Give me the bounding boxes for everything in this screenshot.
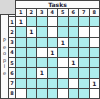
col-header-6: 6	[69, 9, 79, 16]
grid-cell-r6c4[interactable]	[48, 68, 58, 77]
grid-cell-r3c4[interactable]	[48, 38, 58, 47]
grid-cell-r4c7[interactable]	[79, 48, 89, 57]
grid-cell-r4c1[interactable]	[16, 48, 26, 57]
grid-cell-r8c2[interactable]	[27, 89, 37, 98]
grid-cell-r4c4[interactable]: 1	[48, 48, 58, 57]
grid-cell-r3c7[interactable]	[79, 38, 89, 47]
col-header-1: 1	[16, 9, 26, 16]
grid-cell-r5c8[interactable]	[90, 58, 100, 67]
grid-cell-r7c5[interactable]	[58, 79, 68, 88]
grid-cell-r4c6[interactable]	[69, 48, 79, 57]
col-header-7: 7	[79, 9, 89, 16]
grid-cell-r5c7[interactable]	[79, 58, 89, 67]
grid-cell-r8c6[interactable]	[69, 89, 79, 98]
grid-cell-r8c5[interactable]	[58, 89, 68, 98]
grid-cell-r4c3[interactable]	[37, 48, 47, 57]
grid-cell-r2c8[interactable]	[90, 27, 100, 36]
col-header-3: 3	[37, 9, 47, 16]
grid-cell-r6c5[interactable]	[58, 68, 68, 77]
grid-cell-r1c3[interactable]	[37, 17, 47, 26]
grid-cell-r2c1[interactable]	[16, 27, 26, 36]
grid-cell-r1c4[interactable]	[48, 17, 58, 26]
grid-cell-r2c2[interactable]: 1	[27, 27, 37, 36]
col-header-8: 8	[90, 9, 100, 16]
grid-cell-r5c5[interactable]	[58, 58, 68, 67]
grid-cell-r3c5[interactable]: 1	[58, 38, 68, 47]
grid-cell-r6c6[interactable]	[69, 68, 79, 77]
grid-cell-r7c7[interactable]	[79, 79, 89, 88]
grid-cell-r5c2[interactable]	[27, 58, 37, 67]
assignment-grid: 1111111	[15, 16, 100, 99]
grid-cell-r1c1[interactable]: 1	[16, 17, 26, 26]
grid-cell-r1c7[interactable]	[79, 17, 89, 26]
grid-cell-r7c8[interactable]: 1	[90, 79, 100, 88]
grid-cell-r3c6[interactable]	[69, 38, 79, 47]
grid-cell-r6c7[interactable]	[79, 68, 89, 77]
grid-cell-r7c2[interactable]	[27, 79, 37, 88]
grid-cell-r7c4[interactable]	[48, 79, 58, 88]
assignment-board: Tasks 12345678 P e o p l e 12345678 1111…	[0, 0, 100, 99]
grid-cell-r7c1[interactable]	[16, 79, 26, 88]
grid-cell-r8c8[interactable]	[90, 89, 100, 98]
col-header-2: 2	[27, 9, 37, 16]
grid-cell-r1c6[interactable]	[69, 17, 79, 26]
grid-cell-r8c1[interactable]	[16, 89, 26, 98]
col-header-4: 4	[48, 9, 58, 16]
grid-cell-r5c6[interactable]: 1	[69, 58, 79, 67]
grid-cell-r6c2[interactable]	[27, 68, 37, 77]
grid-cell-r4c5[interactable]	[58, 48, 68, 57]
grid-cell-r6c3[interactable]: 1	[37, 68, 47, 77]
grid-cell-r4c2[interactable]	[27, 48, 37, 57]
grid-cell-r2c3[interactable]	[37, 27, 47, 36]
grid-cell-r7c3[interactable]	[37, 79, 47, 88]
grid-cell-r8c7[interactable]	[79, 89, 89, 98]
grid-cell-r3c2[interactable]	[27, 38, 37, 47]
grid-cell-r7c6[interactable]	[69, 79, 79, 88]
grid-cell-r3c1[interactable]	[16, 38, 26, 47]
grid-cell-r4c8[interactable]	[90, 48, 100, 57]
grid-cell-r8c4[interactable]	[48, 89, 58, 98]
grid-cell-r5c4[interactable]	[48, 58, 58, 67]
grid-cell-r2c5[interactable]	[58, 27, 68, 36]
grid-cell-r1c8[interactable]	[90, 17, 100, 26]
grid-cell-r8c3[interactable]	[37, 89, 47, 98]
grid-cell-r5c3[interactable]	[37, 58, 47, 67]
grid-cell-r1c5[interactable]	[58, 17, 68, 26]
grid-cell-r5c1[interactable]	[16, 58, 26, 67]
grid-cell-r2c6[interactable]	[69, 27, 79, 36]
grid-cell-r2c4[interactable]	[48, 27, 58, 36]
grid-cell-r1c2[interactable]	[27, 17, 37, 26]
grid-cell-r2c7[interactable]	[79, 27, 89, 36]
grid-cell-r6c8[interactable]	[90, 68, 100, 77]
col-header-5: 5	[58, 9, 68, 16]
grid-cell-r6c1[interactable]	[16, 68, 26, 77]
grid-cell-r3c3[interactable]	[37, 38, 47, 47]
grid-cell-r3c8[interactable]	[90, 38, 100, 47]
